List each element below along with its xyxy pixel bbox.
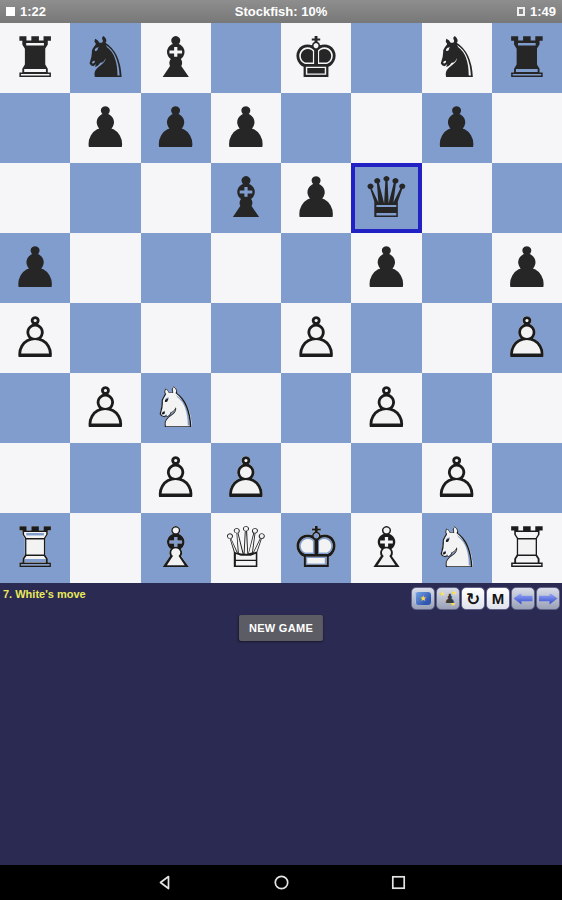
black-rook-piece: ♜: [502, 30, 552, 86]
status-right: 1:49: [517, 4, 556, 19]
moves-m-icon: M: [492, 590, 505, 607]
redo-arrow-icon: [539, 593, 558, 605]
engine-status-text: Stockfish: 10%: [235, 4, 327, 19]
white-queen-piece: ♛♕: [221, 520, 271, 576]
square-c7[interactable]: ♟: [141, 93, 211, 163]
square-c3[interactable]: ♞♘: [141, 373, 211, 443]
square-g4[interactable]: [422, 303, 492, 373]
square-c6[interactable]: [141, 163, 211, 233]
android-nav-bar: [0, 865, 562, 900]
square-g5[interactable]: [422, 233, 492, 303]
black-bishop-piece: ♝: [221, 170, 271, 226]
square-b2[interactable]: [70, 443, 140, 513]
black-queen-piece: ♛: [361, 170, 411, 226]
hint-button[interactable]: ★ ★ ★ ♟: [436, 587, 460, 610]
square-a8[interactable]: ♜: [0, 23, 70, 93]
square-h3[interactable]: [492, 373, 562, 443]
white-knight-piece: ♞♘: [151, 380, 201, 436]
white-pawn-piece: ♟♙: [432, 450, 482, 506]
square-e7[interactable]: [281, 93, 351, 163]
game-panel: 7. White's move ★ ★ ★ ★ ♟ ↻ M NEW GAME: [0, 583, 562, 865]
black-king-piece: ♚: [291, 30, 341, 86]
back-icon: [156, 874, 173, 891]
square-a1[interactable]: ♜♖: [0, 513, 70, 583]
white-pawn-piece: ♟♙: [221, 450, 271, 506]
new-game-button[interactable]: NEW GAME: [239, 615, 323, 641]
square-b6[interactable]: [70, 163, 140, 233]
square-h6[interactable]: [492, 163, 562, 233]
black-knight-piece: ♞: [432, 30, 482, 86]
square-h2[interactable]: [492, 443, 562, 513]
status-bar: 1:22 Stockfish: 10% 1:49: [0, 0, 562, 23]
square-c2[interactable]: ♟♙: [141, 443, 211, 513]
white-knight-piece: ♞♘: [432, 520, 482, 576]
notification-square-icon: [6, 7, 15, 16]
square-f5[interactable]: ♟: [351, 233, 421, 303]
square-b7[interactable]: ♟: [70, 93, 140, 163]
black-bishop-piece: ♝: [151, 30, 201, 86]
square-b4[interactable]: [70, 303, 140, 373]
square-f7[interactable]: [351, 93, 421, 163]
square-e4[interactable]: ♟♙: [281, 303, 351, 373]
square-e5[interactable]: [281, 233, 351, 303]
hint-sparkle-icon: ★ ★ ★ ♟: [438, 589, 458, 608]
square-g1[interactable]: ♞♘: [422, 513, 492, 583]
white-pawn-piece: ♟♙: [151, 450, 201, 506]
square-b1[interactable]: [70, 513, 140, 583]
black-pawn-piece: ♟: [291, 170, 341, 226]
white-pawn-piece: ♟♙: [10, 310, 60, 366]
square-a2[interactable]: [0, 443, 70, 513]
flip-board-button[interactable]: ↻: [461, 587, 485, 610]
white-pawn-piece: ♟♙: [502, 310, 552, 366]
square-g6[interactable]: [422, 163, 492, 233]
battery-icon: [517, 7, 525, 16]
square-c5[interactable]: [141, 233, 211, 303]
square-g8[interactable]: ♞: [422, 23, 492, 93]
home-icon: [273, 874, 290, 891]
square-e8[interactable]: ♚: [281, 23, 351, 93]
square-a6[interactable]: [0, 163, 70, 233]
square-g2[interactable]: ♟♙: [422, 443, 492, 513]
square-a3[interactable]: [0, 373, 70, 443]
square-e2[interactable]: [281, 443, 351, 513]
square-a4[interactable]: ♟♙: [0, 303, 70, 373]
square-d7[interactable]: ♟: [211, 93, 281, 163]
square-e6[interactable]: ♟: [281, 163, 351, 233]
square-b3[interactable]: ♟♙: [70, 373, 140, 443]
book-icon: ★: [415, 592, 431, 605]
white-bishop-piece: ♝♗: [361, 520, 411, 576]
square-d1[interactable]: ♛♕: [211, 513, 281, 583]
status-left: 1:22: [6, 4, 46, 19]
recents-icon: [390, 874, 407, 891]
black-pawn-piece: ♟: [221, 100, 271, 156]
square-e3[interactable]: [281, 373, 351, 443]
square-e1[interactable]: ♚♔: [281, 513, 351, 583]
square-d8[interactable]: [211, 23, 281, 93]
square-h4[interactable]: ♟♙: [492, 303, 562, 373]
opening-book-button[interactable]: ★: [411, 587, 435, 610]
status-right-time: 1:49: [530, 4, 556, 19]
square-a7[interactable]: [0, 93, 70, 163]
square-d3[interactable]: [211, 373, 281, 443]
black-pawn-piece: ♟: [432, 100, 482, 156]
recents-button[interactable]: [390, 874, 407, 891]
moves-list-button[interactable]: M: [486, 587, 510, 610]
square-h8[interactable]: ♜: [492, 23, 562, 93]
chess-board: ♜♞♝♚♞♜♟♟♟♟♝♟♛♟♟♟♟♙♟♙♟♙♟♙♞♘♟♙♟♙♟♙♟♙♜♖♝♗♛♕…: [0, 23, 562, 583]
white-pawn-piece: ♟♙: [80, 380, 130, 436]
black-pawn-piece: ♟: [151, 100, 201, 156]
toolbar: ★ ★ ★ ★ ♟ ↻ M: [411, 587, 560, 610]
back-button[interactable]: [156, 874, 173, 891]
square-h5[interactable]: ♟: [492, 233, 562, 303]
square-f4[interactable]: [351, 303, 421, 373]
square-f1[interactable]: ♝♗: [351, 513, 421, 583]
square-b5[interactable]: [70, 233, 140, 303]
black-rook-piece: ♜: [10, 30, 60, 86]
book-star-icon: ★: [419, 595, 426, 603]
black-pawn-piece: ♟: [10, 240, 60, 296]
status-left-time: 1:22: [20, 4, 46, 19]
undo-move-button[interactable]: [511, 587, 535, 610]
move-status-text: 7. White's move: [3, 588, 86, 600]
white-rook-piece: ♜♖: [10, 520, 60, 576]
home-button[interactable]: [273, 874, 290, 891]
black-pawn-piece: ♟: [80, 100, 130, 156]
redo-move-button[interactable]: [536, 587, 560, 610]
square-g7[interactable]: ♟: [422, 93, 492, 163]
square-f2[interactable]: [351, 443, 421, 513]
white-king-piece: ♚♔: [291, 520, 341, 576]
white-bishop-piece: ♝♗: [151, 520, 201, 576]
square-f6[interactable]: ♛: [351, 163, 421, 233]
square-c1[interactable]: ♝♗: [141, 513, 211, 583]
square-f8[interactable]: [351, 23, 421, 93]
white-rook-piece: ♜♖: [502, 520, 552, 576]
square-h7[interactable]: [492, 93, 562, 163]
square-g3[interactable]: [422, 373, 492, 443]
square-b8[interactable]: ♞: [70, 23, 140, 93]
square-c4[interactable]: [141, 303, 211, 373]
square-d4[interactable]: [211, 303, 281, 373]
black-knight-piece: ♞: [80, 30, 130, 86]
square-c8[interactable]: ♝: [141, 23, 211, 93]
undo-arrow-icon: [514, 593, 533, 605]
square-f3[interactable]: ♟♙: [351, 373, 421, 443]
white-pawn-piece: ♟♙: [361, 380, 411, 436]
square-d2[interactable]: ♟♙: [211, 443, 281, 513]
square-a5[interactable]: ♟: [0, 233, 70, 303]
black-pawn-piece: ♟: [502, 240, 552, 296]
white-pawn-piece: ♟♙: [291, 310, 341, 366]
flip-refresh-icon: ↻: [466, 589, 480, 609]
black-pawn-piece: ♟: [361, 240, 411, 296]
square-d5[interactable]: [211, 233, 281, 303]
square-d6[interactable]: ♝: [211, 163, 281, 233]
square-h1[interactable]: ♜♖: [492, 513, 562, 583]
